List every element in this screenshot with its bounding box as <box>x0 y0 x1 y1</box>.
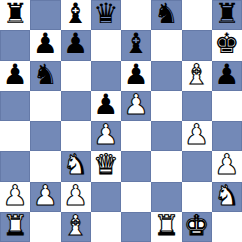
white-pawn-b2: ♟ <box>33 182 58 211</box>
square-d7[interactable] <box>91 30 121 60</box>
square-e3[interactable] <box>121 151 151 181</box>
black-pawn-b7: ♟ <box>33 30 58 59</box>
square-h3[interactable]: ♟ <box>212 151 242 181</box>
square-d3[interactable]: ♛ <box>91 151 121 181</box>
square-h5[interactable] <box>212 91 242 121</box>
square-a7[interactable] <box>0 30 30 60</box>
square-e7[interactable]: ♝ <box>121 30 151 60</box>
white-pawn-c2: ♟ <box>63 182 88 211</box>
square-c5[interactable] <box>61 91 91 121</box>
white-pawn-g4: ♟ <box>184 121 209 150</box>
square-d8[interactable]: ♛ <box>91 0 121 30</box>
black-bishop-e7: ♝ <box>124 30 149 59</box>
square-c4[interactable] <box>61 121 91 151</box>
square-b8[interactable] <box>30 0 60 30</box>
square-g4[interactable]: ♟ <box>182 121 212 151</box>
black-pawn-h6: ♟ <box>214 61 239 90</box>
square-d4[interactable]: ♟ <box>91 121 121 151</box>
square-f5[interactable] <box>151 91 181 121</box>
square-f3[interactable] <box>151 151 181 181</box>
square-d1[interactable] <box>91 212 121 242</box>
square-b7[interactable]: ♟ <box>30 30 60 60</box>
black-rook-h8: ♜ <box>214 0 239 29</box>
square-b3[interactable] <box>30 151 60 181</box>
black-pawn-c7: ♟ <box>63 30 88 59</box>
square-h1[interactable] <box>212 212 242 242</box>
square-e2[interactable] <box>121 182 151 212</box>
square-g1[interactable]: ♚ <box>182 212 212 242</box>
square-b1[interactable] <box>30 212 60 242</box>
square-c6[interactable] <box>61 61 91 91</box>
square-e5[interactable]: ♟ <box>121 91 151 121</box>
square-h4[interactable] <box>212 121 242 151</box>
black-pawn-a6: ♟ <box>3 61 28 90</box>
black-pawn-d5: ♟ <box>93 91 118 120</box>
square-g7[interactable] <box>182 30 212 60</box>
square-b2[interactable]: ♟ <box>30 182 60 212</box>
square-g8[interactable] <box>182 0 212 30</box>
black-pawn-e6: ♟ <box>124 61 149 90</box>
square-a8[interactable]: ♜ <box>0 0 30 30</box>
square-g6[interactable]: ♝ <box>182 61 212 91</box>
square-c1[interactable]: ♝ <box>61 212 91 242</box>
white-rook-f1: ♜ <box>154 212 179 241</box>
square-h6[interactable]: ♟ <box>212 61 242 91</box>
white-queen-d3: ♛ <box>93 151 118 180</box>
square-e8[interactable] <box>121 0 151 30</box>
square-c3[interactable]: ♞ <box>61 151 91 181</box>
chess-board: ♜♝♛♞♜♟♟♝♚♟♞♟♝♟♟♟♟♟♞♛♟♟♟♟♞♜♝♜♚ <box>0 0 242 242</box>
white-knight-c3: ♞ <box>63 151 88 180</box>
white-knight-h2: ♞ <box>214 182 239 211</box>
square-f8[interactable]: ♞ <box>151 0 181 30</box>
black-queen-d8: ♛ <box>93 0 118 29</box>
square-a2[interactable]: ♟ <box>0 182 30 212</box>
white-pawn-a2: ♟ <box>3 182 28 211</box>
white-pawn-e5: ♟ <box>124 91 149 120</box>
square-g2[interactable] <box>182 182 212 212</box>
square-b5[interactable] <box>30 91 60 121</box>
square-d5[interactable]: ♟ <box>91 91 121 121</box>
square-a1[interactable]: ♜ <box>0 212 30 242</box>
square-g5[interactable] <box>182 91 212 121</box>
square-a3[interactable] <box>0 151 30 181</box>
square-h2[interactable]: ♞ <box>212 182 242 212</box>
square-f4[interactable] <box>151 121 181 151</box>
white-pawn-h3: ♟ <box>214 151 239 180</box>
square-f2[interactable] <box>151 182 181 212</box>
square-d6[interactable] <box>91 61 121 91</box>
square-a4[interactable] <box>0 121 30 151</box>
square-e4[interactable] <box>121 121 151 151</box>
black-bishop-c8: ♝ <box>63 0 88 29</box>
white-pawn-d4: ♟ <box>93 121 118 150</box>
square-h8[interactable]: ♜ <box>212 0 242 30</box>
square-c2[interactable]: ♟ <box>61 182 91 212</box>
white-bishop-c1: ♝ <box>63 212 88 241</box>
square-b6[interactable]: ♞ <box>30 61 60 91</box>
square-a5[interactable] <box>0 91 30 121</box>
square-g3[interactable] <box>182 151 212 181</box>
square-c7[interactable]: ♟ <box>61 30 91 60</box>
square-f7[interactable] <box>151 30 181 60</box>
square-h7[interactable]: ♚ <box>212 30 242 60</box>
square-b4[interactable] <box>30 121 60 151</box>
square-d2[interactable] <box>91 182 121 212</box>
square-e1[interactable] <box>121 212 151 242</box>
square-f6[interactable] <box>151 61 181 91</box>
square-f1[interactable]: ♜ <box>151 212 181 242</box>
square-c8[interactable]: ♝ <box>61 0 91 30</box>
square-a6[interactable]: ♟ <box>0 61 30 91</box>
black-king-h7: ♚ <box>214 30 239 59</box>
white-rook-a1: ♜ <box>3 212 28 241</box>
square-e6[interactable]: ♟ <box>121 61 151 91</box>
black-knight-b6: ♞ <box>33 61 58 90</box>
black-rook-a8: ♜ <box>3 0 28 29</box>
white-king-g1: ♚ <box>184 212 209 241</box>
black-knight-f8: ♞ <box>154 0 179 29</box>
white-bishop-g6: ♝ <box>184 61 209 90</box>
